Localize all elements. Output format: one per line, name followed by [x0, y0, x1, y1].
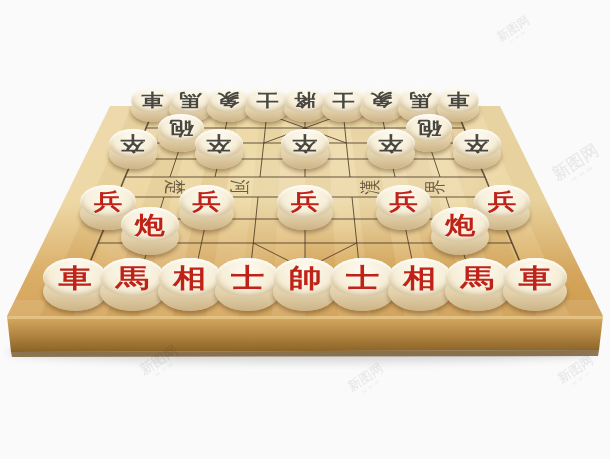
piece-face: 士 [322, 87, 365, 113]
piece-character: 相 [403, 265, 437, 291]
piece-red-advisor[interactable]: 士 [330, 258, 394, 311]
piece-black-elephant[interactable]: 象 [207, 87, 250, 122]
piece-character: 車 [58, 265, 92, 291]
piece-character: 卒 [206, 134, 231, 154]
piece-face: 相 [388, 258, 452, 297]
piece-face: 兵 [179, 185, 234, 218]
piece-red-soldier[interactable]: 兵 [277, 185, 332, 230]
piece-character: 炮 [135, 213, 165, 236]
piece-character: 兵 [291, 190, 320, 212]
piece-red-soldier[interactable]: 兵 [179, 185, 234, 230]
piece-red-chariot[interactable]: 車 [43, 258, 107, 311]
piece-character: 馬 [116, 265, 150, 291]
piece-character: 卒 [464, 134, 489, 154]
piece-character: 象 [370, 92, 392, 109]
piece-character: 砲 [417, 119, 441, 138]
piece-character: 車 [518, 265, 552, 291]
piece-red-horse[interactable]: 馬 [100, 258, 164, 311]
piece-character: 馬 [461, 265, 495, 291]
piece-black-advisor[interactable]: 士 [245, 87, 288, 122]
piece-face: 炮 [121, 207, 179, 242]
piece-face: 兵 [277, 185, 332, 218]
piece-face: 士 [330, 258, 394, 297]
piece-character: 將 [294, 92, 316, 109]
piece-red-general[interactable]: 帥 [273, 258, 337, 311]
piece-face: 車 [503, 258, 567, 297]
piece-character: 士 [231, 265, 265, 291]
piece-red-elephant[interactable]: 相 [388, 258, 452, 311]
piece-character: 士 [332, 92, 354, 109]
piece-face: 車 [43, 258, 107, 297]
piece-red-advisor[interactable]: 士 [215, 258, 279, 311]
piece-character: 車 [141, 92, 163, 109]
piece-character: 兵 [192, 190, 221, 212]
board-front-edge [7, 316, 603, 352]
piece-red-cannon[interactable]: 炮 [431, 207, 489, 255]
piece-character: 相 [173, 265, 207, 291]
piece-character: 士 [346, 265, 380, 291]
piece-black-soldier[interactable]: 卒 [281, 129, 329, 169]
piece-black-general[interactable]: 將 [284, 87, 327, 122]
piece-character: 馬 [409, 92, 431, 109]
piece-black-advisor[interactable]: 士 [322, 87, 365, 122]
piece-face: 馬 [100, 258, 164, 297]
piece-character: 炮 [445, 213, 475, 236]
piece-black-soldier[interactable]: 卒 [453, 129, 501, 169]
piece-character: 卒 [120, 134, 145, 154]
piece-black-elephant[interactable]: 象 [360, 87, 403, 122]
piece-character: 卒 [292, 134, 317, 154]
xiangqi-photo: 楚河漢界 車馬象士將士象馬車砲砲卒卒卒卒卒兵兵兵兵兵炮炮車馬相士帥士相馬車 新图… [0, 0, 610, 459]
piece-face: 帥 [273, 258, 337, 297]
piece-character: 車 [447, 92, 469, 109]
piece-red-horse[interactable]: 馬 [445, 258, 509, 311]
piece-character: 兵 [488, 190, 517, 212]
piece-black-soldier[interactable]: 卒 [195, 129, 243, 169]
piece-face: 馬 [169, 87, 212, 113]
piece-character: 象 [217, 92, 239, 109]
piece-black-soldier[interactable]: 卒 [367, 129, 415, 169]
piece-character: 帥 [288, 265, 322, 291]
piece-red-cannon[interactable]: 炮 [121, 207, 179, 255]
piece-black-soldier[interactable]: 卒 [109, 129, 157, 169]
piece-character: 砲 [169, 119, 193, 138]
piece-character: 兵 [389, 190, 418, 212]
piece-face: 馬 [445, 258, 509, 297]
piece-character: 馬 [179, 92, 201, 109]
piece-character: 卒 [378, 134, 403, 154]
piece-red-elephant[interactable]: 相 [158, 258, 222, 311]
piece-face: 相 [158, 258, 222, 297]
piece-character: 士 [256, 92, 278, 109]
piece-face: 士 [215, 258, 279, 297]
piece-red-chariot[interactable]: 車 [503, 258, 567, 311]
piece-red-soldier[interactable]: 兵 [376, 185, 431, 230]
piece-face: 兵 [376, 185, 431, 218]
piece-character: 兵 [94, 190, 123, 212]
